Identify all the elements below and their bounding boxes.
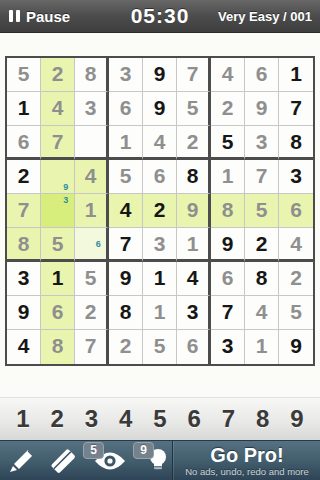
cell-r2c7[interactable]: 2	[211, 92, 245, 126]
cell-r7c6[interactable]: 4	[177, 262, 211, 296]
pencil-marks: 3	[45, 195, 70, 226]
cell-r7c9[interactable]: 2	[279, 262, 313, 296]
cell-r1c7[interactable]: 4	[211, 58, 245, 92]
bottom-toolbar: 5 9 Go Pro! No ads, undo, redo and more	[0, 440, 320, 480]
cell-r7c8[interactable]: 8	[245, 262, 279, 296]
cell-r3c5[interactable]: 4	[143, 126, 177, 160]
numpad-key-7[interactable]: 7	[215, 405, 243, 433]
cell-r1c1[interactable]: 5	[7, 58, 41, 92]
cell-r8c1[interactable]: 9	[7, 296, 41, 330]
cell-r4c6[interactable]: 8	[177, 160, 211, 194]
cell-r5c9[interactable]: 6	[279, 194, 313, 228]
cell-r6c6[interactable]: 1	[177, 228, 211, 262]
pause-label: Pause	[26, 8, 70, 25]
cell-r9c4[interactable]: 2	[109, 330, 143, 364]
cell-r5c2[interactable]: 3	[41, 194, 75, 228]
cell-r1c8[interactable]: 6	[245, 58, 279, 92]
cell-r2c8[interactable]: 9	[245, 92, 279, 126]
cell-r6c3[interactable]: 6	[75, 228, 109, 262]
go-pro-button[interactable]: Go Pro! No ads, undo, redo and more	[174, 441, 320, 480]
cell-r1c6[interactable]: 7	[177, 58, 211, 92]
cell-r2c1[interactable]: 1	[7, 92, 41, 126]
cell-r9c3[interactable]: 7	[75, 330, 109, 364]
cell-r7c5[interactable]: 1	[143, 262, 177, 296]
top-bar: Pause 05:30 Very Easy / 001	[0, 0, 320, 33]
cell-r5c5[interactable]: 2	[143, 194, 177, 228]
cell-r1c9[interactable]: 1	[279, 58, 313, 92]
cell-r9c9[interactable]: 9	[279, 330, 313, 364]
cell-r7c1[interactable]: 3	[7, 262, 41, 296]
cell-r7c7[interactable]: 6	[211, 262, 245, 296]
pause-button[interactable]: Pause	[0, 0, 79, 32]
cell-r4c8[interactable]: 7	[245, 160, 279, 194]
cell-r1c2[interactable]: 2	[41, 58, 75, 92]
reveal-count-badge[interactable]: 5	[83, 442, 104, 459]
go-pro-subtitle: No ads, undo, redo and more	[185, 466, 309, 477]
cell-r3c2[interactable]: 7	[41, 126, 75, 160]
cell-r7c4[interactable]: 9	[109, 262, 143, 296]
cell-r5c8[interactable]: 5	[245, 194, 279, 228]
pencil-marks: 6	[79, 229, 102, 258]
eraser-icon	[48, 447, 78, 475]
sudoku-board: 5283974611436952976714253829456817373142…	[5, 56, 315, 366]
cell-r3c3[interactable]	[75, 126, 109, 160]
number-pad: 123456789	[0, 397, 320, 440]
pencil-marks: 9	[45, 161, 70, 192]
cell-r9c5[interactable]: 5	[143, 330, 177, 364]
pause-icon	[9, 10, 20, 22]
cell-r9c1[interactable]: 4	[7, 330, 41, 364]
cell-r8c2[interactable]: 6	[41, 296, 75, 330]
pencil-icon	[8, 447, 36, 475]
cell-r2c9[interactable]: 7	[279, 92, 313, 126]
cell-r1c3[interactable]: 8	[75, 58, 109, 92]
cell-r6c8[interactable]: 2	[245, 228, 279, 262]
cell-r5c7[interactable]: 8	[211, 194, 245, 228]
cell-r8c5[interactable]: 1	[143, 296, 177, 330]
numpad-key-3[interactable]: 3	[78, 405, 106, 433]
cell-r5c4[interactable]: 4	[109, 194, 143, 228]
cell-r4c7[interactable]: 1	[211, 160, 245, 194]
cell-r2c5[interactable]: 9	[143, 92, 177, 126]
cell-r2c2[interactable]: 4	[41, 92, 75, 126]
cell-r8c7[interactable]: 7	[211, 296, 245, 330]
cell-r3c9[interactable]: 8	[279, 126, 313, 160]
cell-r4c9[interactable]: 3	[279, 160, 313, 194]
cell-r2c6[interactable]: 5	[177, 92, 211, 126]
numpad-key-6[interactable]: 6	[180, 405, 208, 433]
cell-r9c2[interactable]: 8	[41, 330, 75, 364]
sudoku-app: Pause 05:30 Very Easy / 001 528397461143…	[0, 0, 320, 480]
cell-r4c5[interactable]: 6	[143, 160, 177, 194]
cell-r5c6[interactable]: 9	[177, 194, 211, 228]
cell-r1c5[interactable]: 9	[143, 58, 177, 92]
numpad-key-5[interactable]: 5	[146, 405, 174, 433]
numpad-key-1[interactable]: 1	[9, 405, 37, 433]
cell-r6c4[interactable]: 7	[109, 228, 143, 262]
cell-r3c6[interactable]: 2	[177, 126, 211, 160]
cell-r5c1[interactable]: 7	[7, 194, 41, 228]
go-pro-title: Go Pro!	[210, 445, 283, 466]
difficulty-level: Very Easy / 001	[210, 9, 320, 24]
numpad-key-8[interactable]: 8	[249, 405, 277, 433]
cell-r4c1[interactable]: 2	[7, 160, 41, 194]
cell-r8c9[interactable]: 5	[279, 296, 313, 330]
cell-r7c2[interactable]: 1	[41, 262, 75, 296]
numpad-key-4[interactable]: 4	[112, 405, 140, 433]
cell-r6c1[interactable]: 8	[7, 228, 41, 262]
cell-r9c7[interactable]: 3	[211, 330, 245, 364]
cell-r9c6[interactable]: 6	[177, 330, 211, 364]
cell-r4c4[interactable]: 5	[109, 160, 143, 194]
cell-r7c3[interactable]: 5	[75, 262, 109, 296]
cell-r5c3[interactable]: 1	[75, 194, 109, 228]
cell-r1c4[interactable]: 3	[109, 58, 143, 92]
cell-r3c7[interactable]: 5	[211, 126, 245, 160]
cell-r8c3[interactable]: 2	[75, 296, 109, 330]
cell-r6c2[interactable]: 5	[41, 228, 75, 262]
cell-r6c7[interactable]: 9	[211, 228, 245, 262]
cell-r6c9[interactable]: 4	[279, 228, 313, 262]
cell-r4c3[interactable]: 4	[75, 160, 109, 194]
cell-r3c8[interactable]: 3	[245, 126, 279, 160]
cell-r2c4[interactable]: 6	[109, 92, 143, 126]
cell-r9c8[interactable]: 1	[245, 330, 279, 364]
cell-r3c4[interactable]: 1	[109, 126, 143, 160]
cell-r6c5[interactable]: 3	[143, 228, 177, 262]
cell-r8c6[interactable]: 3	[177, 296, 211, 330]
cell-r3c1[interactable]: 6	[7, 126, 41, 160]
cell-r4c2[interactable]: 9	[41, 160, 75, 194]
cell-r2c3[interactable]: 3	[75, 92, 109, 126]
cell-r8c4[interactable]: 8	[109, 296, 143, 330]
numpad-key-2[interactable]: 2	[43, 405, 71, 433]
cell-r8c8[interactable]: 4	[245, 296, 279, 330]
pencil-tool-button[interactable]	[8, 441, 36, 480]
numpad-key-9[interactable]: 9	[283, 405, 311, 433]
eraser-tool-button[interactable]	[48, 441, 78, 480]
hint-count-badge[interactable]: 9	[133, 442, 154, 459]
